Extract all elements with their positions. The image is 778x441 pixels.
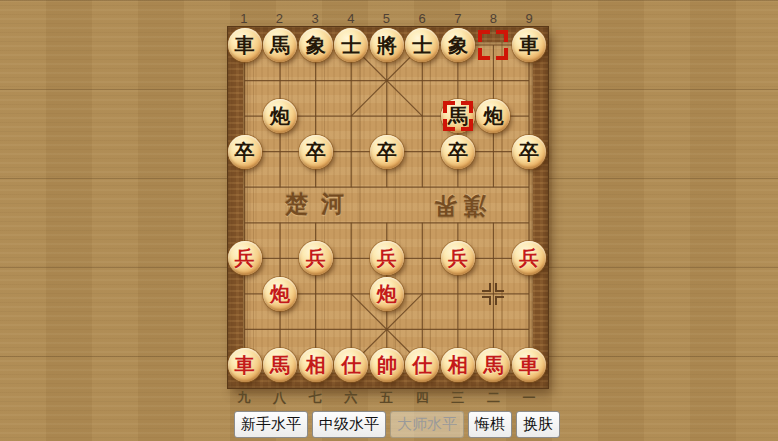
piece-character: 兵: [519, 248, 539, 268]
piece-character: 車: [235, 35, 255, 55]
piece-character: 卒: [377, 142, 397, 162]
file-label: 八: [262, 389, 298, 405]
file-label: 5: [369, 11, 405, 27]
piece-character: 兵: [235, 248, 255, 268]
piece-character: 相: [306, 355, 326, 375]
file-label: 1: [226, 11, 262, 27]
change-skin-button[interactable]: 换肤: [516, 411, 560, 438]
file-numbers-bottom: 九 八 七 六 五 四 三 二 一: [226, 389, 547, 405]
piece-red-cannon[interactable]: 炮: [263, 277, 297, 311]
piece-red-cannon[interactable]: 炮: [370, 277, 404, 311]
piece-character: 車: [519, 355, 539, 375]
master-level-button: 大师水平: [390, 411, 464, 438]
piece-red-horse[interactable]: 馬: [263, 348, 297, 382]
piece-red-chariot[interactable]: 車: [512, 348, 546, 382]
file-label: 4: [333, 11, 369, 27]
file-label: 6: [404, 11, 440, 27]
piece-character: 兵: [448, 248, 468, 268]
piece-character: 兵: [306, 248, 326, 268]
xiangqi-board[interactable]: 楚河 漢界 車馬象士將士象車炮馬炮卒卒卒卒卒兵兵兵兵兵炮炮車馬相仕帥仕相馬車: [243, 42, 533, 373]
piece-character: 車: [519, 35, 539, 55]
piece-black-cannon[interactable]: 炮: [263, 99, 297, 133]
piece-character: 卒: [306, 142, 326, 162]
piece-red-advisor[interactable]: 仕: [334, 348, 368, 382]
piece-character: 卒: [448, 142, 468, 162]
piece-character: 馬: [270, 35, 290, 55]
file-label: 9: [511, 11, 547, 27]
piece-character: 卒: [235, 142, 255, 162]
file-label: 四: [404, 389, 440, 405]
toolbar: 新手水平 中级水平 大师水平 悔棋 换肤: [234, 411, 560, 438]
file-label: 2: [262, 11, 298, 27]
piece-character: 帥: [377, 355, 397, 375]
piece-black-elephant[interactable]: 象: [441, 28, 475, 62]
piece-red-elephant[interactable]: 相: [299, 348, 333, 382]
piece-red-soldier[interactable]: 兵: [370, 241, 404, 275]
piece-black-general[interactable]: 將: [370, 28, 404, 62]
file-label: 8: [476, 11, 512, 27]
piece-character: 士: [412, 35, 432, 55]
piece-black-horse[interactable]: 馬: [441, 99, 475, 133]
piece-character: 馬: [270, 355, 290, 375]
piece-red-general[interactable]: 帥: [370, 348, 404, 382]
piece-black-chariot[interactable]: 車: [228, 28, 262, 62]
piece-red-advisor[interactable]: 仕: [405, 348, 439, 382]
novice-level-button[interactable]: 新手水平: [234, 411, 308, 438]
piece-character: 車: [235, 355, 255, 375]
piece-red-soldier[interactable]: 兵: [228, 241, 262, 275]
piece-red-elephant[interactable]: 相: [441, 348, 475, 382]
piece-character: 馬: [448, 106, 468, 126]
file-label: 三: [440, 389, 476, 405]
piece-black-advisor[interactable]: 士: [334, 28, 368, 62]
file-label: 七: [297, 389, 333, 405]
piece-character: 象: [306, 35, 326, 55]
piece-character: 將: [377, 35, 397, 55]
piece-character: 炮: [483, 106, 503, 126]
file-label: 3: [297, 11, 333, 27]
piece-black-soldier[interactable]: 卒: [512, 135, 546, 169]
file-label: 六: [333, 389, 369, 405]
wood-background: 1 2 3 4 5 6 7 8 9 楚河 漢界 車馬象士將士象車炮馬炮卒卒卒卒卒…: [0, 0, 778, 441]
piece-black-soldier[interactable]: 卒: [441, 135, 475, 169]
piece-character: 炮: [270, 106, 290, 126]
piece-black-horse[interactable]: 馬: [263, 28, 297, 62]
file-label: 二: [476, 389, 512, 405]
piece-black-soldier[interactable]: 卒: [228, 135, 262, 169]
file-label: 五: [369, 389, 405, 405]
piece-character: 相: [448, 355, 468, 375]
piece-black-soldier[interactable]: 卒: [370, 135, 404, 169]
piece-red-horse[interactable]: 馬: [476, 348, 510, 382]
piece-black-chariot[interactable]: 車: [512, 28, 546, 62]
river-text-chu-he: 楚河: [285, 190, 357, 220]
file-label: 7: [440, 11, 476, 27]
piece-red-soldier[interactable]: 兵: [299, 241, 333, 275]
piece-character: 士: [341, 35, 361, 55]
piece-black-elephant[interactable]: 象: [299, 28, 333, 62]
piece-character: 炮: [270, 284, 290, 304]
piece-character: 馬: [483, 355, 503, 375]
river-text-han-jie: 漢界: [428, 190, 486, 220]
file-numbers-top: 1 2 3 4 5 6 7 8 9: [226, 11, 547, 27]
piece-character: 炮: [377, 284, 397, 304]
piece-character: 卒: [519, 142, 539, 162]
piece-red-soldier[interactable]: 兵: [441, 241, 475, 275]
piece-character: 仕: [412, 355, 432, 375]
undo-move-button[interactable]: 悔棋: [468, 411, 512, 438]
piece-character: 兵: [377, 248, 397, 268]
file-label: 九: [226, 389, 262, 405]
piece-character: 象: [448, 35, 468, 55]
piece-black-soldier[interactable]: 卒: [299, 135, 333, 169]
piece-character: 仕: [341, 355, 361, 375]
piece-red-soldier[interactable]: 兵: [512, 241, 546, 275]
file-label: 一: [511, 389, 547, 405]
intermediate-level-button[interactable]: 中级水平: [312, 411, 386, 438]
piece-red-chariot[interactable]: 車: [228, 348, 262, 382]
xiangqi-board-frame: 楚河 漢界 車馬象士將士象車炮馬炮卒卒卒卒卒兵兵兵兵兵炮炮車馬相仕帥仕相馬車: [228, 27, 548, 388]
